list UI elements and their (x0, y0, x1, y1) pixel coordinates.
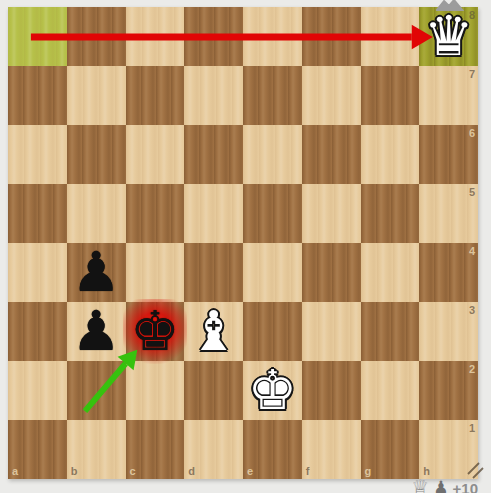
square-d2[interactable] (184, 361, 243, 420)
square-h2[interactable]: 2 (419, 361, 478, 420)
square-h5[interactable]: 5 (419, 184, 478, 243)
square-g5[interactable] (361, 184, 420, 243)
chess-board[interactable]: 8♛765♟4♟♚♝3♚2abcdefgh1 (8, 7, 478, 479)
cropped-piece-icon (436, 0, 464, 11)
square-b4[interactable]: ♟ (67, 243, 126, 302)
square-e4[interactable] (243, 243, 302, 302)
file-label-f: f (306, 465, 310, 477)
rank-label-7: 7 (469, 68, 475, 80)
square-g1[interactable]: g (361, 420, 420, 479)
square-c3[interactable]: ♚ (126, 302, 185, 361)
square-c4[interactable] (126, 243, 185, 302)
piece-black-king[interactable]: ♚ (126, 302, 185, 361)
piece-black-pawn[interactable]: ♟ (67, 243, 126, 302)
rank-label-8: 8 (469, 9, 475, 21)
file-label-a: a (12, 465, 18, 477)
square-f2[interactable] (302, 361, 361, 420)
square-b2[interactable] (67, 361, 126, 420)
piece-black-pawn[interactable]: ♟ (67, 302, 126, 361)
material-advantage-value: +10 (453, 480, 478, 493)
file-label-e: e (247, 465, 253, 477)
square-b1[interactable]: b (67, 420, 126, 479)
square-a3[interactable] (8, 302, 67, 361)
piece-white-queen[interactable]: ♛ (419, 7, 478, 66)
square-d8[interactable] (184, 7, 243, 66)
square-g3[interactable] (361, 302, 420, 361)
square-c7[interactable] (126, 66, 185, 125)
square-h8[interactable]: 8♛ (419, 7, 478, 66)
square-g7[interactable] (361, 66, 420, 125)
square-h6[interactable]: 6 (419, 125, 478, 184)
square-c8[interactable] (126, 7, 185, 66)
square-e8[interactable] (243, 7, 302, 66)
square-b3[interactable]: ♟ (67, 302, 126, 361)
rank-label-5: 5 (469, 186, 475, 198)
square-a8[interactable] (8, 7, 67, 66)
square-c5[interactable] (126, 184, 185, 243)
square-g4[interactable] (361, 243, 420, 302)
square-c6[interactable] (126, 125, 185, 184)
board-resize-handle[interactable] (466, 460, 484, 480)
square-a6[interactable] (8, 125, 67, 184)
rank-label-4: 4 (469, 245, 475, 257)
square-f1[interactable]: f (302, 420, 361, 479)
square-d3[interactable]: ♝ (184, 302, 243, 361)
square-e2[interactable]: ♚ (243, 361, 302, 420)
square-a4[interactable] (8, 243, 67, 302)
square-b8[interactable] (67, 7, 126, 66)
square-g6[interactable] (361, 125, 420, 184)
square-d7[interactable] (184, 66, 243, 125)
file-label-c: c (130, 465, 136, 477)
square-f5[interactable] (302, 184, 361, 243)
file-label-d: d (188, 465, 195, 477)
rank-label-1: 1 (469, 422, 475, 434)
square-c2[interactable] (126, 361, 185, 420)
square-a2[interactable] (8, 361, 67, 420)
square-a1[interactable]: a (8, 420, 67, 479)
square-d6[interactable] (184, 125, 243, 184)
square-g8[interactable] (361, 7, 420, 66)
square-b5[interactable] (67, 184, 126, 243)
square-b7[interactable] (67, 66, 126, 125)
pawn-material-icon: ♟ (433, 479, 448, 493)
piece-white-bishop[interactable]: ♝ (184, 302, 243, 361)
piece-white-king[interactable]: ♚ (243, 361, 302, 420)
square-f7[interactable] (302, 66, 361, 125)
check-highlight (123, 299, 188, 364)
square-e1[interactable]: e (243, 420, 302, 479)
square-d5[interactable] (184, 184, 243, 243)
square-f8[interactable] (302, 7, 361, 66)
square-b6[interactable] (67, 125, 126, 184)
square-e3[interactable] (243, 302, 302, 361)
square-f3[interactable] (302, 302, 361, 361)
rank-label-6: 6 (469, 127, 475, 139)
white-queen-material-icon: ♕ (411, 477, 429, 493)
file-label-b: b (71, 465, 78, 477)
rank-label-2: 2 (469, 363, 475, 375)
square-h4[interactable]: 4 (419, 243, 478, 302)
square-h3[interactable]: 3 (419, 302, 478, 361)
square-e5[interactable] (243, 184, 302, 243)
square-a7[interactable] (8, 66, 67, 125)
square-e7[interactable] (243, 66, 302, 125)
square-c1[interactable]: c (126, 420, 185, 479)
square-g2[interactable] (361, 361, 420, 420)
square-d4[interactable] (184, 243, 243, 302)
file-label-g: g (365, 465, 372, 477)
square-f4[interactable] (302, 243, 361, 302)
rank-label-3: 3 (469, 304, 475, 316)
square-h7[interactable]: 7 (419, 66, 478, 125)
square-e6[interactable] (243, 125, 302, 184)
square-f6[interactable] (302, 125, 361, 184)
square-d1[interactable]: d (184, 420, 243, 479)
chess-analysis-page: 8♛765♟4♟♚♝3♚2abcdefgh1 ♕ ♟ +10 (0, 0, 491, 493)
square-a5[interactable] (8, 184, 67, 243)
